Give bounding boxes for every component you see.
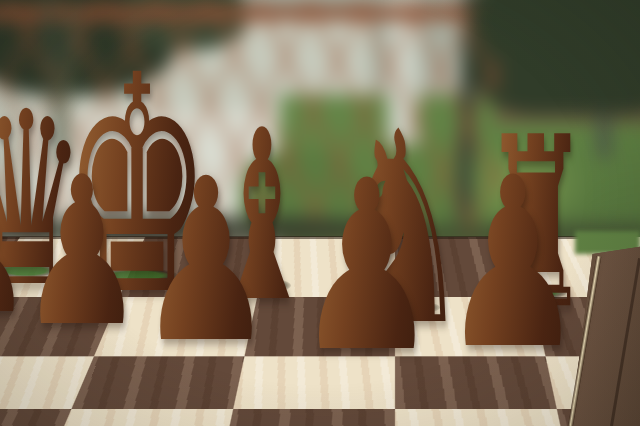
- chess-piece-pawn: ♟︎: [20, 150, 145, 355]
- chess-piece-pawn: ♟︎: [137, 149, 274, 374]
- chess-set-photo: ♟︎♛︎♟︎♚︎♟︎♝︎♟︎♞︎♟︎♜︎: [0, 0, 640, 426]
- board-square: [395, 409, 569, 426]
- chess-piece-pawn: ♟︎: [295, 149, 438, 384]
- board-square: [48, 409, 233, 426]
- board-square: [0, 409, 71, 426]
- chess-piece-pawn: ♟︎: [441, 146, 584, 381]
- board-square: [221, 409, 395, 426]
